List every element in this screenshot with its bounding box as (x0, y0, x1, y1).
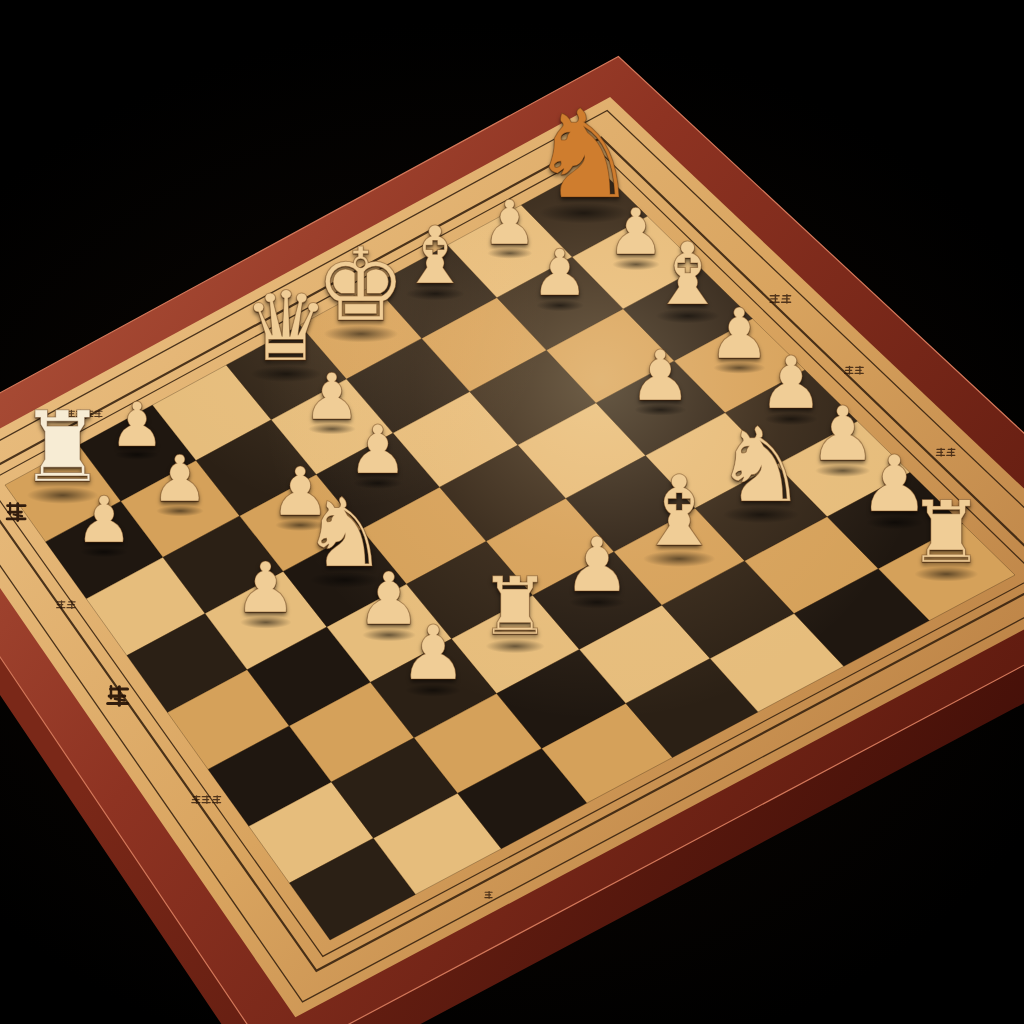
piece-white-rook[interactable]: ♜ (479, 568, 550, 648)
piece-white-bishop[interactable]: ♝ (635, 463, 722, 560)
margin-inscription (192, 796, 221, 804)
piece-white-pawn[interactable]: ♟ (348, 417, 408, 484)
piece-glyph: ♝ (399, 208, 470, 301)
piece-white-rook[interactable]: ♜ (908, 490, 985, 576)
piece-white-pawn[interactable]: ♟ (151, 447, 209, 511)
margin-inscription (108, 686, 128, 705)
piece-white-pawn[interactable]: ♟ (399, 616, 467, 691)
piece-white-pawn[interactable]: ♟ (75, 488, 133, 552)
margin-inscription (7, 503, 25, 520)
piece-glyph: ♟ (531, 236, 589, 311)
piece-white-pawn[interactable]: ♟ (563, 528, 631, 603)
piece-glyph: ♟ (234, 547, 297, 628)
piece-white-pawn[interactable]: ♟ (629, 341, 692, 411)
piece-glyph: ♟ (482, 187, 537, 258)
chess-photo-stage: ♜♟♛♚♝♟♞♟♟♟♟♟♟♟♝♟♞♟♟♟♟♟♜♟♝♞♟♟♜ (0, 0, 1024, 1024)
piece-glyph: ♜ (908, 483, 985, 582)
piece-glyph: ♝ (635, 455, 722, 568)
margin-inscription (485, 892, 492, 899)
piece-glyph: ♟ (151, 441, 209, 516)
piece-glyph: ♟ (75, 482, 133, 557)
piece-glyph: ♟ (563, 521, 631, 609)
piece-white-knight[interactable]: ♞ (715, 413, 808, 516)
piece-glyph: ♞ (715, 404, 808, 524)
piece-white-pawn[interactable]: ♟ (482, 192, 537, 253)
piece-white-bishop[interactable]: ♝ (399, 215, 470, 295)
piece-glyph: ♟ (629, 335, 692, 416)
piece-white-pawn[interactable]: ♟ (531, 242, 589, 306)
piece-glyph: ♜ (479, 561, 550, 654)
piece-glyph: ♟ (399, 609, 467, 697)
piece-white-pawn[interactable]: ♟ (234, 553, 297, 623)
